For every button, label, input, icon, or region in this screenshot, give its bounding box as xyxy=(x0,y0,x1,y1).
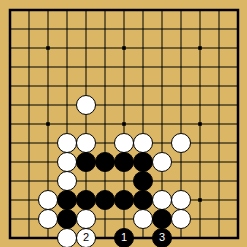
stone-white-3-7 xyxy=(57,133,77,153)
stone-white-9-10 xyxy=(171,190,191,210)
star-point xyxy=(198,198,202,202)
stone-black-5-10 xyxy=(95,190,115,210)
stone-black-6-8 xyxy=(114,152,134,172)
star-point xyxy=(46,46,50,50)
stone-black-8-12: 3 xyxy=(152,228,172,247)
stone-black-7-10 xyxy=(133,190,153,210)
stone-black-7-9 xyxy=(133,171,153,191)
stone-white-6-7 xyxy=(114,133,134,153)
stone-white-3-8 xyxy=(57,152,77,172)
stone-white-4-12: 2 xyxy=(76,228,96,247)
star-point xyxy=(46,122,50,126)
star-point xyxy=(198,46,202,50)
star-point xyxy=(122,46,126,50)
board-grid xyxy=(0,0,247,247)
stone-black-5-8 xyxy=(95,152,115,172)
move-number: 1 xyxy=(121,232,127,243)
go-diagram: 213 xyxy=(0,0,247,247)
stone-white-4-5 xyxy=(76,95,96,115)
stone-white-2-10 xyxy=(38,190,58,210)
stone-white-8-8 xyxy=(152,152,172,172)
go-board[interactable]: 213 xyxy=(0,0,247,247)
stone-black-6-10 xyxy=(114,190,134,210)
move-number: 2 xyxy=(83,232,89,243)
stone-white-2-11 xyxy=(38,209,58,229)
stone-black-7-8 xyxy=(133,152,153,172)
stone-black-4-10 xyxy=(76,190,96,210)
star-point xyxy=(198,122,202,126)
stone-white-9-11 xyxy=(171,209,191,229)
stone-black-3-11 xyxy=(57,209,77,229)
stone-black-6-12: 1 xyxy=(114,228,134,247)
stone-white-4-11 xyxy=(76,209,96,229)
stone-white-8-10 xyxy=(152,190,172,210)
stone-black-4-8 xyxy=(76,152,96,172)
stone-white-7-11 xyxy=(133,209,153,229)
stone-white-7-7 xyxy=(133,133,153,153)
stone-white-9-7 xyxy=(171,133,191,153)
move-number: 3 xyxy=(159,232,165,243)
stone-black-8-11 xyxy=(152,209,172,229)
star-point xyxy=(122,122,126,126)
stone-black-3-10 xyxy=(57,190,77,210)
stone-white-3-12 xyxy=(57,228,77,247)
stone-white-3-9 xyxy=(57,171,77,191)
stone-white-4-7 xyxy=(76,133,96,153)
